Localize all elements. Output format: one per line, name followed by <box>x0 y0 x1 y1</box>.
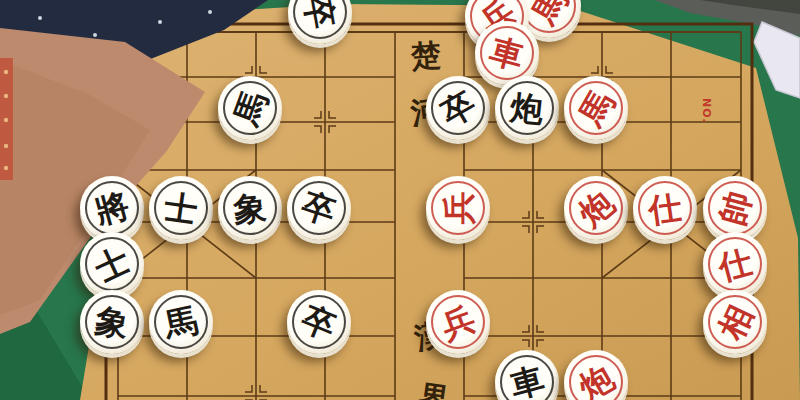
piece-character: 象 <box>215 173 284 242</box>
piece-character: 炮 <box>492 73 562 143</box>
piece-black-車[interactable]: 車 <box>495 350 559 400</box>
piece-black-士[interactable]: 士 <box>149 176 213 240</box>
piece-black-馬[interactable]: 馬 <box>149 290 213 354</box>
piece-red-馬[interactable]: 馬 <box>564 76 628 140</box>
piece-black-卒[interactable]: 卒 <box>426 76 490 140</box>
table-scene: 楚 河 漢 界 NO. 馬卒兵車馬卒炮馬將士象卒兵炮仕帥士仕象馬卒相兵車炮 <box>0 0 800 400</box>
piece-black-卒[interactable]: 卒 <box>287 176 351 240</box>
river-label-jie: 界 <box>411 375 456 400</box>
piece-red-兵[interactable]: 兵 <box>426 176 490 240</box>
piece-red-兵[interactable]: 兵 <box>426 290 490 354</box>
piece-black-象[interactable]: 象 <box>218 176 282 240</box>
piece-character: 士 <box>145 172 217 244</box>
piece-black-象[interactable]: 象 <box>80 290 144 354</box>
piece-red-炮[interactable]: 炮 <box>564 350 628 400</box>
piece-red-相[interactable]: 相 <box>703 290 767 354</box>
piece-black-卒-captured[interactable]: 卒 <box>288 0 352 44</box>
piece-character: 仕 <box>629 172 701 244</box>
piece-black-炮[interactable]: 炮 <box>495 76 559 140</box>
piece-black-馬[interactable]: 馬 <box>218 76 282 140</box>
piece-red-仕[interactable]: 仕 <box>633 176 697 240</box>
board-number-label: NO. <box>700 98 713 124</box>
river-label-chu: 楚 <box>405 35 448 79</box>
piece-character: 兵 <box>426 176 490 240</box>
piece-red-炮[interactable]: 炮 <box>564 176 628 240</box>
piece-character: 馬 <box>143 284 219 360</box>
piece-character: 象 <box>75 285 149 359</box>
piece-black-卒[interactable]: 卒 <box>287 290 351 354</box>
